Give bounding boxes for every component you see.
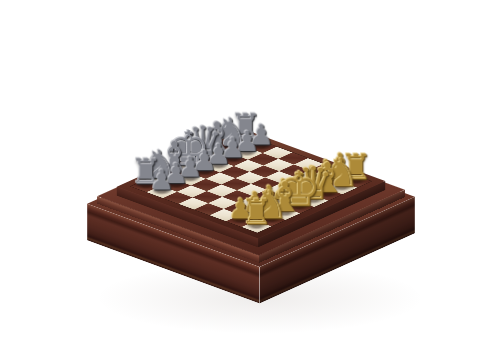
piece-silver-pawn[interactable]: ♟︎	[149, 166, 174, 194]
piece-gold-rook[interactable]: ♜︎	[241, 195, 272, 230]
scene: ♜︎♞︎♝︎♛︎♚︎♝︎♞︎♜︎♟︎♟︎♟︎♟︎♟︎♟︎♟︎♟︎♟︎♟︎♟︎♟︎…	[0, 0, 480, 360]
